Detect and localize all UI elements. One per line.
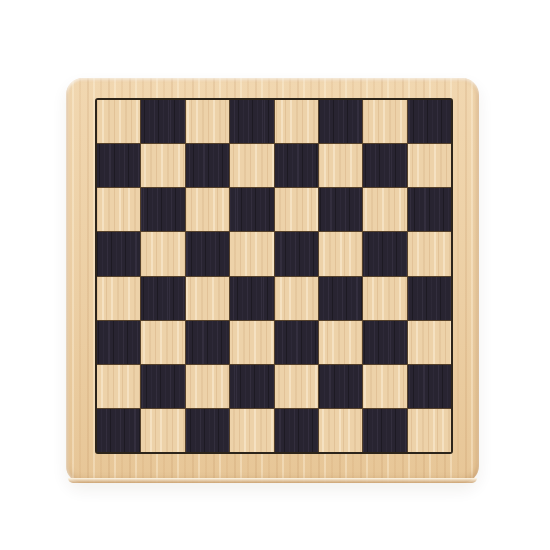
square-c6[interactable]	[186, 188, 229, 231]
square-a8[interactable]	[97, 100, 140, 143]
square-d4[interactable]	[230, 277, 273, 320]
square-f1[interactable]	[319, 409, 362, 452]
square-e1[interactable]	[275, 409, 318, 452]
square-e7[interactable]	[275, 144, 318, 187]
square-b7[interactable]	[141, 144, 184, 187]
square-h7[interactable]	[408, 144, 451, 187]
square-c2[interactable]	[186, 365, 229, 408]
square-d2[interactable]	[230, 365, 273, 408]
square-h6[interactable]	[408, 188, 451, 231]
square-h4[interactable]	[408, 277, 451, 320]
square-b2[interactable]	[141, 365, 184, 408]
square-f8[interactable]	[319, 100, 362, 143]
square-c3[interactable]	[186, 321, 229, 364]
square-c8[interactable]	[186, 100, 229, 143]
square-e8[interactable]	[275, 100, 318, 143]
square-g5[interactable]	[363, 232, 406, 275]
square-d5[interactable]	[230, 232, 273, 275]
square-b5[interactable]	[141, 232, 184, 275]
square-f3[interactable]	[319, 321, 362, 364]
square-f4[interactable]	[319, 277, 362, 320]
square-a1[interactable]	[97, 409, 140, 452]
square-d7[interactable]	[230, 144, 273, 187]
square-a7[interactable]	[97, 144, 140, 187]
square-h3[interactable]	[408, 321, 451, 364]
square-b6[interactable]	[141, 188, 184, 231]
square-e4[interactable]	[275, 277, 318, 320]
board-frame-line	[95, 98, 453, 454]
square-a2[interactable]	[97, 365, 140, 408]
square-b8[interactable]	[141, 100, 184, 143]
square-f6[interactable]	[319, 188, 362, 231]
square-a6[interactable]	[97, 188, 140, 231]
square-d1[interactable]	[230, 409, 273, 452]
board-grid	[97, 100, 451, 452]
square-e2[interactable]	[275, 365, 318, 408]
square-c5[interactable]	[186, 232, 229, 275]
square-d6[interactable]	[230, 188, 273, 231]
square-b1[interactable]	[141, 409, 184, 452]
square-e3[interactable]	[275, 321, 318, 364]
square-b4[interactable]	[141, 277, 184, 320]
checkerboard	[66, 78, 479, 483]
square-e5[interactable]	[275, 232, 318, 275]
square-c4[interactable]	[186, 277, 229, 320]
square-h2[interactable]	[408, 365, 451, 408]
square-g3[interactable]	[363, 321, 406, 364]
square-h8[interactable]	[408, 100, 451, 143]
square-g7[interactable]	[363, 144, 406, 187]
square-f5[interactable]	[319, 232, 362, 275]
square-a3[interactable]	[97, 321, 140, 364]
square-g4[interactable]	[363, 277, 406, 320]
square-g6[interactable]	[363, 188, 406, 231]
square-f2[interactable]	[319, 365, 362, 408]
square-d3[interactable]	[230, 321, 273, 364]
photo-background	[0, 0, 550, 550]
square-c7[interactable]	[186, 144, 229, 187]
square-a5[interactable]	[97, 232, 140, 275]
square-g1[interactable]	[363, 409, 406, 452]
square-d8[interactable]	[230, 100, 273, 143]
square-g8[interactable]	[363, 100, 406, 143]
square-a4[interactable]	[97, 277, 140, 320]
square-h1[interactable]	[408, 409, 451, 452]
square-f7[interactable]	[319, 144, 362, 187]
square-e6[interactable]	[275, 188, 318, 231]
square-g2[interactable]	[363, 365, 406, 408]
square-h5[interactable]	[408, 232, 451, 275]
square-b3[interactable]	[141, 321, 184, 364]
square-c1[interactable]	[186, 409, 229, 452]
